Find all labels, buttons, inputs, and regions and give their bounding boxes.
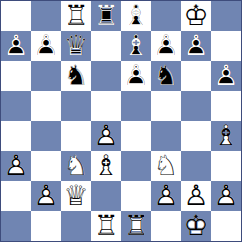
square-a4[interactable] bbox=[1, 121, 31, 151]
square-b3[interactable] bbox=[31, 151, 61, 181]
piece-fill-glyph: ♟ bbox=[151, 31, 181, 61]
square-d6[interactable] bbox=[91, 61, 121, 91]
square-a8[interactable] bbox=[1, 1, 31, 31]
piece-black-rook: ♜♖ bbox=[91, 1, 121, 31]
square-e8[interactable]: ♝♗ bbox=[121, 1, 151, 31]
piece-outline-glyph: ♘ bbox=[61, 151, 91, 181]
piece-fill-glyph: ♟ bbox=[1, 151, 31, 181]
square-h6[interactable]: ♟♙ bbox=[211, 61, 241, 91]
piece-white-pawn: ♟♙ bbox=[91, 121, 121, 151]
piece-white-bishop: ♝♗ bbox=[91, 151, 121, 181]
piece-fill-glyph: ♟ bbox=[151, 181, 181, 211]
piece-outline-glyph: ♗ bbox=[211, 121, 241, 151]
square-b1[interactable] bbox=[31, 211, 61, 241]
piece-fill-glyph: ♟ bbox=[181, 181, 211, 211]
square-e7[interactable]: ♝♗ bbox=[121, 31, 151, 61]
piece-fill-glyph: ♛ bbox=[61, 181, 91, 211]
piece-fill-glyph: ♜ bbox=[121, 211, 151, 241]
square-e2[interactable] bbox=[121, 181, 151, 211]
square-d1[interactable]: ♜♖ bbox=[91, 211, 121, 241]
piece-outline-glyph: ♖ bbox=[91, 1, 121, 31]
square-h8[interactable] bbox=[211, 1, 241, 31]
square-d7[interactable] bbox=[91, 31, 121, 61]
square-f5[interactable] bbox=[151, 91, 181, 121]
square-b2[interactable]: ♟♙ bbox=[31, 181, 61, 211]
square-c8[interactable]: ♜♖ bbox=[61, 1, 91, 31]
piece-outline-glyph: ♘ bbox=[151, 61, 181, 91]
piece-outline-glyph: ♙ bbox=[151, 31, 181, 61]
piece-fill-glyph: ♟ bbox=[211, 61, 241, 91]
square-h1[interactable] bbox=[211, 211, 241, 241]
piece-fill-glyph: ♟ bbox=[211, 181, 241, 211]
square-c4[interactable] bbox=[61, 121, 91, 151]
square-g7[interactable]: ♟♙ bbox=[181, 31, 211, 61]
piece-fill-glyph: ♚ bbox=[181, 1, 211, 31]
piece-fill-glyph: ♟ bbox=[31, 31, 61, 61]
square-c6[interactable]: ♞♘ bbox=[61, 61, 91, 91]
piece-fill-glyph: ♛ bbox=[61, 31, 91, 61]
piece-fill-glyph: ♝ bbox=[121, 31, 151, 61]
square-f2[interactable]: ♟♙ bbox=[151, 181, 181, 211]
square-a2[interactable] bbox=[1, 181, 31, 211]
square-f3[interactable]: ♞♘ bbox=[151, 151, 181, 181]
square-h7[interactable] bbox=[211, 31, 241, 61]
piece-fill-glyph: ♞ bbox=[151, 61, 181, 91]
piece-black-pawn: ♟♙ bbox=[31, 31, 61, 61]
piece-white-pawn: ♟♙ bbox=[151, 181, 181, 211]
piece-black-bishop: ♝♗ bbox=[121, 31, 151, 61]
piece-outline-glyph: ♖ bbox=[121, 211, 151, 241]
piece-white-rook: ♜♖ bbox=[91, 211, 121, 241]
piece-black-pawn: ♟♙ bbox=[1, 31, 31, 61]
square-g4[interactable] bbox=[181, 121, 211, 151]
piece-fill-glyph: ♟ bbox=[181, 31, 211, 61]
square-h2[interactable]: ♟♙ bbox=[211, 181, 241, 211]
square-c3[interactable]: ♞♘ bbox=[61, 151, 91, 181]
square-d2[interactable] bbox=[91, 181, 121, 211]
square-g5[interactable] bbox=[181, 91, 211, 121]
square-f8[interactable] bbox=[151, 1, 181, 31]
piece-fill-glyph: ♚ bbox=[181, 211, 211, 241]
piece-white-king: ♚♔ bbox=[181, 211, 211, 241]
square-d5[interactable] bbox=[91, 91, 121, 121]
square-e6[interactable]: ♟♙ bbox=[121, 61, 151, 91]
chess-board: ♜♖♜♖♝♗♚♔♟♙♟♙♛♕♝♗♟♙♟♙♞♘♟♙♞♘♟♙♟♙♝♗♟♙♞♘♝♗♞♘… bbox=[0, 0, 242, 242]
square-a6[interactable] bbox=[1, 61, 31, 91]
piece-black-pawn: ♟♙ bbox=[181, 31, 211, 61]
piece-fill-glyph: ♜ bbox=[91, 1, 121, 31]
square-c7[interactable]: ♛♕ bbox=[61, 31, 91, 61]
square-a3[interactable]: ♟♙ bbox=[1, 151, 31, 181]
piece-fill-glyph: ♟ bbox=[31, 181, 61, 211]
piece-fill-glyph: ♞ bbox=[61, 151, 91, 181]
piece-outline-glyph: ♙ bbox=[211, 61, 241, 91]
square-c5[interactable] bbox=[61, 91, 91, 121]
piece-outline-glyph: ♕ bbox=[61, 181, 91, 211]
piece-outline-glyph: ♘ bbox=[151, 151, 181, 181]
square-b7[interactable]: ♟♙ bbox=[31, 31, 61, 61]
piece-black-queen: ♛♕ bbox=[61, 31, 91, 61]
piece-outline-glyph: ♙ bbox=[91, 121, 121, 151]
square-e4[interactable] bbox=[121, 121, 151, 151]
piece-black-bishop: ♝♗ bbox=[121, 1, 151, 31]
piece-outline-glyph: ♙ bbox=[151, 181, 181, 211]
piece-outline-glyph: ♗ bbox=[91, 151, 121, 181]
piece-white-pawn: ♟♙ bbox=[211, 181, 241, 211]
piece-outline-glyph: ♙ bbox=[1, 151, 31, 181]
square-f4[interactable] bbox=[151, 121, 181, 151]
square-c2[interactable]: ♛♕ bbox=[61, 181, 91, 211]
piece-fill-glyph: ♜ bbox=[61, 1, 91, 31]
square-a5[interactable] bbox=[1, 91, 31, 121]
piece-black-pawn: ♟♙ bbox=[151, 31, 181, 61]
piece-black-pawn: ♟♙ bbox=[211, 61, 241, 91]
piece-black-knight: ♞♘ bbox=[151, 61, 181, 91]
square-g1[interactable]: ♚♔ bbox=[181, 211, 211, 241]
piece-white-queen: ♛♕ bbox=[61, 181, 91, 211]
piece-white-knight: ♞♘ bbox=[151, 151, 181, 181]
square-h4[interactable]: ♝♗ bbox=[211, 121, 241, 151]
piece-white-bishop: ♝♗ bbox=[211, 121, 241, 151]
piece-outline-glyph: ♙ bbox=[31, 31, 61, 61]
piece-fill-glyph: ♞ bbox=[61, 61, 91, 91]
piece-outline-glyph: ♙ bbox=[181, 181, 211, 211]
square-f1[interactable] bbox=[151, 211, 181, 241]
piece-white-rook: ♜♖ bbox=[61, 1, 91, 31]
square-d3[interactable]: ♝♗ bbox=[91, 151, 121, 181]
square-g2[interactable]: ♟♙ bbox=[181, 181, 211, 211]
piece-outline-glyph: ♗ bbox=[121, 31, 151, 61]
square-f7[interactable]: ♟♙ bbox=[151, 31, 181, 61]
piece-outline-glyph: ♔ bbox=[181, 211, 211, 241]
piece-white-king: ♚♔ bbox=[181, 1, 211, 31]
square-e1[interactable]: ♜♖ bbox=[121, 211, 151, 241]
piece-fill-glyph: ♟ bbox=[1, 31, 31, 61]
piece-outline-glyph: ♖ bbox=[61, 1, 91, 31]
square-e5[interactable] bbox=[121, 91, 151, 121]
piece-outline-glyph: ♔ bbox=[181, 1, 211, 31]
square-a7[interactable]: ♟♙ bbox=[1, 31, 31, 61]
piece-outline-glyph: ♙ bbox=[181, 31, 211, 61]
piece-outline-glyph: ♘ bbox=[61, 61, 91, 91]
piece-fill-glyph: ♝ bbox=[121, 1, 151, 31]
square-h5[interactable] bbox=[211, 91, 241, 121]
piece-outline-glyph: ♙ bbox=[121, 61, 151, 91]
piece-fill-glyph: ♞ bbox=[151, 151, 181, 181]
piece-white-pawn: ♟♙ bbox=[1, 151, 31, 181]
square-b5[interactable] bbox=[31, 91, 61, 121]
piece-black-knight: ♞♘ bbox=[61, 61, 91, 91]
piece-fill-glyph: ♜ bbox=[91, 211, 121, 241]
square-g3[interactable] bbox=[181, 151, 211, 181]
piece-outline-glyph: ♕ bbox=[61, 31, 91, 61]
square-d4[interactable]: ♟♙ bbox=[91, 121, 121, 151]
piece-white-pawn: ♟♙ bbox=[181, 181, 211, 211]
square-b6[interactable] bbox=[31, 61, 61, 91]
piece-fill-glyph: ♝ bbox=[91, 151, 121, 181]
piece-fill-glyph: ♟ bbox=[91, 121, 121, 151]
piece-outline-glyph: ♖ bbox=[91, 211, 121, 241]
square-e3[interactable] bbox=[121, 151, 151, 181]
square-b4[interactable] bbox=[31, 121, 61, 151]
square-g6[interactable] bbox=[181, 61, 211, 91]
piece-outline-glyph: ♙ bbox=[1, 31, 31, 61]
piece-outline-glyph: ♙ bbox=[211, 181, 241, 211]
piece-fill-glyph: ♝ bbox=[211, 121, 241, 151]
square-c1[interactable] bbox=[61, 211, 91, 241]
square-f6[interactable]: ♞♘ bbox=[151, 61, 181, 91]
piece-outline-glyph: ♗ bbox=[121, 1, 151, 31]
square-h3[interactable] bbox=[211, 151, 241, 181]
piece-outline-glyph: ♙ bbox=[31, 181, 61, 211]
square-g8[interactable]: ♚♔ bbox=[181, 1, 211, 31]
square-d8[interactable]: ♜♖ bbox=[91, 1, 121, 31]
piece-white-knight: ♞♘ bbox=[61, 151, 91, 181]
piece-white-pawn: ♟♙ bbox=[31, 181, 61, 211]
square-a1[interactable] bbox=[1, 211, 31, 241]
square-b8[interactable] bbox=[31, 1, 61, 31]
chess-board-wrapper: ♜♖♜♖♝♗♚♔♟♙♟♙♛♕♝♗♟♙♟♙♞♘♟♙♞♘♟♙♟♙♝♗♟♙♞♘♝♗♞♘… bbox=[0, 0, 242, 242]
piece-white-rook: ♜♖ bbox=[121, 211, 151, 241]
piece-black-pawn: ♟♙ bbox=[121, 61, 151, 91]
piece-fill-glyph: ♟ bbox=[121, 61, 151, 91]
